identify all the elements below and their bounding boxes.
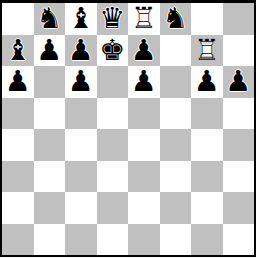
square-c3[interactable]: [65, 161, 97, 193]
white-rook-piece: ♜♖: [131, 3, 157, 35]
square-a1[interactable]: [2, 224, 34, 256]
square-a7[interactable]: ♝: [2, 35, 34, 67]
square-h2[interactable]: [223, 192, 255, 224]
chess-diagram: ♞♝♛♜♖♞♝♟♟♚♟♜♖♟♟♟♟♟: [0, 0, 256, 257]
square-g1[interactable]: [191, 224, 223, 256]
square-c8[interactable]: ♝: [65, 3, 97, 35]
square-d7[interactable]: ♚: [97, 35, 129, 67]
square-g5[interactable]: [191, 98, 223, 130]
square-d8[interactable]: ♛: [97, 3, 129, 35]
square-h8[interactable]: [223, 3, 255, 35]
square-d1[interactable]: [97, 224, 129, 256]
square-f6[interactable]: [160, 66, 192, 98]
square-f3[interactable]: [160, 161, 192, 193]
white-rook-outline: ♖: [194, 35, 220, 67]
square-c4[interactable]: [65, 129, 97, 161]
black-bishop-piece: ♝: [5, 35, 31, 67]
square-h6[interactable]: ♟: [223, 66, 255, 98]
square-f2[interactable]: [160, 192, 192, 224]
square-e2[interactable]: [128, 192, 160, 224]
square-h5[interactable]: [223, 98, 255, 130]
square-f7[interactable]: [160, 35, 192, 67]
chess-board: ♞♝♛♜♖♞♝♟♟♚♟♜♖♟♟♟♟♟: [0, 0, 256, 257]
square-f5[interactable]: [160, 98, 192, 130]
square-h4[interactable]: [223, 129, 255, 161]
square-g6[interactable]: ♟: [191, 66, 223, 98]
black-pawn-piece: ♟: [5, 66, 31, 98]
square-f1[interactable]: [160, 224, 192, 256]
black-king-piece: ♚: [99, 35, 125, 67]
square-e1[interactable]: [128, 224, 160, 256]
square-a6[interactable]: ♟: [2, 66, 34, 98]
square-h3[interactable]: [223, 161, 255, 193]
square-d6[interactable]: [97, 66, 129, 98]
square-b8[interactable]: ♞: [34, 3, 66, 35]
square-e5[interactable]: [128, 98, 160, 130]
square-e7[interactable]: ♟: [128, 35, 160, 67]
square-a8[interactable]: [2, 3, 34, 35]
square-g4[interactable]: [191, 129, 223, 161]
square-d2[interactable]: [97, 192, 129, 224]
square-d3[interactable]: [97, 161, 129, 193]
white-rook-outline: ♖: [131, 3, 157, 35]
black-queen-piece: ♛: [99, 3, 125, 35]
square-h7[interactable]: [223, 35, 255, 67]
square-b5[interactable]: [34, 98, 66, 130]
black-bishop-piece: ♝: [68, 3, 94, 35]
black-pawn-piece: ♟: [68, 35, 94, 67]
square-a5[interactable]: [2, 98, 34, 130]
square-h1[interactable]: [223, 224, 255, 256]
black-pawn-piece: ♟: [194, 66, 220, 98]
square-g2[interactable]: [191, 192, 223, 224]
square-e3[interactable]: [128, 161, 160, 193]
square-e6[interactable]: ♟: [128, 66, 160, 98]
square-b6[interactable]: [34, 66, 66, 98]
square-c6[interactable]: ♟: [65, 66, 97, 98]
square-g3[interactable]: [191, 161, 223, 193]
square-g7[interactable]: ♜♖: [191, 35, 223, 67]
square-c5[interactable]: [65, 98, 97, 130]
square-g8[interactable]: [191, 3, 223, 35]
square-a4[interactable]: [2, 129, 34, 161]
square-b2[interactable]: [34, 192, 66, 224]
black-pawn-piece: ♟: [36, 35, 62, 67]
square-c1[interactable]: [65, 224, 97, 256]
black-knight-piece: ♞: [36, 3, 62, 35]
square-b4[interactable]: [34, 129, 66, 161]
white-rook-piece: ♜♖: [194, 35, 220, 67]
square-b3[interactable]: [34, 161, 66, 193]
black-pawn-piece: ♟: [68, 66, 94, 98]
square-f8[interactable]: ♞: [160, 3, 192, 35]
square-c2[interactable]: [65, 192, 97, 224]
black-pawn-piece: ♟: [131, 66, 157, 98]
square-a2[interactable]: [2, 192, 34, 224]
square-e4[interactable]: [128, 129, 160, 161]
black-pawn-piece: ♟: [131, 35, 157, 67]
square-d4[interactable]: [97, 129, 129, 161]
square-c7[interactable]: ♟: [65, 35, 97, 67]
square-b1[interactable]: [34, 224, 66, 256]
square-d5[interactable]: [97, 98, 129, 130]
square-b7[interactable]: ♟: [34, 35, 66, 67]
square-e8[interactable]: ♜♖: [128, 3, 160, 35]
black-pawn-piece: ♟: [225, 66, 251, 98]
square-f4[interactable]: [160, 129, 192, 161]
square-a3[interactable]: [2, 161, 34, 193]
black-knight-piece: ♞: [162, 3, 188, 35]
